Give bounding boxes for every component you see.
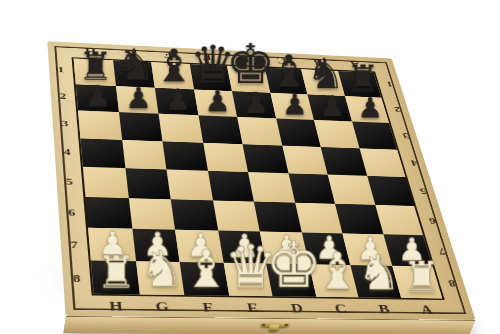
square-g6 — [128, 198, 175, 230]
square-g4 — [122, 140, 167, 170]
square-f1: ♝ — [151, 62, 193, 89]
piece-black-pawn: ♟ — [243, 89, 269, 117]
rank-label: 8 — [444, 268, 461, 301]
piece-black-pawn: ♟ — [204, 88, 231, 116]
square-d5 — [248, 172, 295, 202]
piece-black-pawn: ♟ — [165, 86, 192, 114]
square-e8: ♛ — [223, 262, 272, 296]
piece-black-pawn: ♟ — [125, 84, 152, 112]
file-label: F — [148, 48, 188, 60]
square-e2: ♟ — [194, 89, 238, 117]
rank-label: 6 — [425, 206, 441, 236]
square-c6 — [295, 202, 343, 233]
rank-label: 4 — [407, 149, 422, 177]
rank-label: 2 — [59, 82, 68, 109]
file-label: D — [224, 52, 264, 64]
square-b5 — [328, 175, 375, 205]
square-h2: ♟ — [76, 84, 119, 112]
chess-board: HGFEDCBA HGFEDCBA 12345678 12345678 ♜♞♝♛… — [47, 41, 475, 320]
rank-label: 4 — [63, 137, 72, 166]
square-a2: ♟ — [344, 96, 388, 123]
piece-white-pawn: ♟ — [143, 229, 173, 260]
rank-label: 2 — [391, 97, 405, 123]
square-e1: ♛ — [189, 64, 232, 91]
rank-label: 7 — [69, 228, 79, 261]
square-b6 — [335, 203, 383, 234]
rank-label: 5 — [416, 177, 431, 206]
piece-white-pawn: ♟ — [98, 228, 128, 259]
square-d4 — [242, 144, 288, 173]
piece-white-pawn: ♟ — [273, 232, 302, 263]
square-h3 — [78, 111, 122, 140]
rank-label: 1 — [57, 56, 65, 82]
file-label: C — [317, 301, 364, 316]
rank-label: 3 — [399, 123, 413, 150]
square-g2: ♟ — [116, 86, 159, 114]
piece-black-pawn: ♟ — [320, 93, 346, 120]
piece-white-bishop: ♝ — [183, 245, 230, 294]
square-d3 — [237, 117, 282, 145]
rank-label: 1 — [383, 72, 397, 97]
folding-box-side — [63, 316, 475, 334]
rank-label: 5 — [65, 166, 74, 196]
file-label: H — [92, 299, 140, 314]
piece-black-pawn: ♟ — [85, 82, 112, 110]
square-h5 — [83, 167, 128, 198]
square-d6 — [254, 201, 302, 232]
file-label: D — [273, 301, 320, 316]
file-label: A — [335, 58, 374, 70]
file-label: G — [110, 47, 150, 59]
square-b3 — [314, 120, 359, 148]
piece-black-pawn: ♟ — [357, 94, 383, 121]
square-g1: ♞ — [113, 60, 155, 87]
square-a3 — [352, 121, 397, 149]
square-h1: ♜ — [74, 58, 116, 85]
square-e3 — [198, 115, 242, 144]
square-g5 — [125, 168, 171, 199]
rank-label: 8 — [72, 261, 82, 295]
square-e4 — [203, 142, 248, 172]
piece-white-pawn: ♟ — [187, 230, 216, 261]
file-label: E — [229, 300, 276, 315]
square-f4 — [162, 141, 207, 171]
piece-white-pawn: ♟ — [398, 235, 427, 265]
square-d7: ♟ — [260, 232, 309, 264]
square-f5 — [166, 169, 212, 200]
latch-knob — [268, 325, 280, 332]
square-h8: ♜ — [91, 260, 139, 294]
piece-white-pawn: ♟ — [315, 233, 344, 263]
square-h6 — [85, 197, 131, 229]
square-a4 — [359, 148, 405, 177]
square-h4 — [80, 138, 124, 168]
file-label: B — [299, 56, 338, 68]
brass-latch — [254, 321, 294, 333]
file-label: E — [187, 50, 227, 62]
piece-white-knight: ♞ — [139, 246, 184, 294]
square-a1: ♜ — [338, 71, 382, 97]
file-label: B — [361, 302, 408, 317]
square-d8: ♚ — [266, 263, 316, 297]
square-f6 — [171, 199, 218, 231]
square-g7: ♟ — [132, 229, 180, 262]
file-label: C — [262, 54, 302, 66]
square-a8: ♜ — [392, 265, 443, 298]
rank-label: 7 — [434, 236, 450, 267]
square-e7: ♟ — [218, 231, 266, 264]
piece-black-pawn: ♟ — [282, 91, 308, 118]
file-label: A — [403, 302, 449, 317]
board-wood-frame: HGFEDCBA HGFEDCBA 12345678 12345678 ♜♞♝♛… — [47, 41, 475, 320]
square-h7: ♟ — [88, 228, 135, 261]
piece-white-pawn: ♟ — [356, 234, 385, 264]
square-g3 — [119, 112, 163, 141]
file-label: G — [138, 299, 186, 314]
square-c3 — [276, 118, 321, 146]
file-label: F — [184, 300, 232, 315]
square-f7: ♟ — [175, 230, 223, 263]
square-a5 — [367, 176, 414, 206]
product-photo-scene: HGFEDCBA HGFEDCBA 12345678 12345678 ♜♞♝♛… — [0, 0, 500, 334]
rank-label: 3 — [61, 109, 70, 137]
rank-label: 6 — [67, 196, 76, 228]
square-f2: ♟ — [155, 87, 198, 115]
square-g8: ♞ — [136, 261, 185, 295]
square-a6 — [375, 204, 423, 235]
square-e5 — [207, 171, 253, 201]
square-a7: ♟ — [383, 234, 432, 266]
square-e6 — [212, 200, 259, 232]
file-label: H — [70, 45, 110, 57]
square-d1: ♚ — [227, 66, 270, 93]
square-f3 — [159, 114, 203, 143]
square-d2: ♟ — [232, 91, 276, 119]
square-f8: ♝ — [180, 262, 229, 296]
piece-white-pawn: ♟ — [230, 231, 259, 262]
